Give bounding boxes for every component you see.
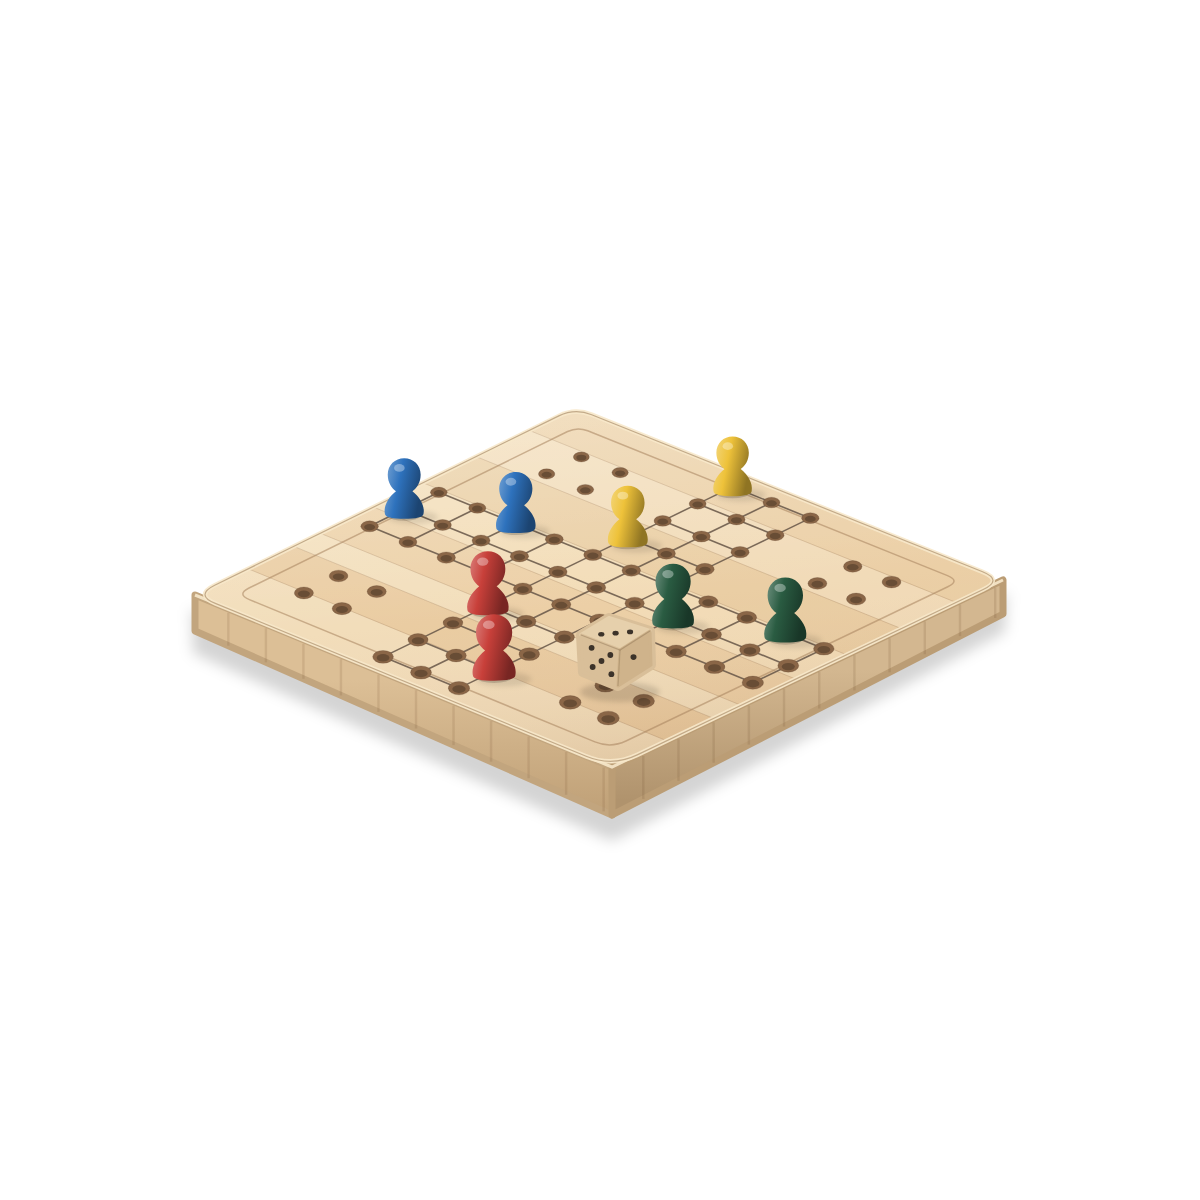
die-pip-left bbox=[590, 664, 596, 670]
track-hole-inner bbox=[434, 490, 444, 496]
die-pip-left bbox=[589, 645, 595, 651]
pawn-highlight bbox=[477, 557, 488, 565]
home-hole-left-inner bbox=[336, 606, 348, 613]
track-hole-inner bbox=[475, 538, 486, 544]
die[interactable] bbox=[580, 618, 660, 702]
track-hole-inner bbox=[696, 534, 707, 540]
track-hole-inner bbox=[692, 502, 703, 508]
track-hole-inner bbox=[452, 685, 465, 693]
track-hole-inner bbox=[520, 619, 532, 626]
home-hole-top-inner bbox=[576, 455, 586, 461]
track-hole-inner bbox=[450, 653, 463, 660]
track-hole-inner bbox=[402, 540, 413, 546]
track-hole-inner bbox=[412, 637, 425, 644]
pawn-highlight bbox=[394, 464, 405, 472]
home-hole-right-inner bbox=[886, 579, 898, 586]
track-hole-inner bbox=[705, 632, 718, 639]
track-hole-inner bbox=[743, 647, 756, 654]
die-pip-top bbox=[627, 630, 633, 635]
die-pip-top bbox=[612, 631, 618, 636]
track-hole-inner bbox=[437, 523, 448, 529]
track-hole-inner bbox=[766, 500, 777, 506]
home-hole-top-inner bbox=[542, 472, 552, 478]
home-hole-right-inner bbox=[847, 564, 859, 571]
track-hole-inner bbox=[590, 585, 602, 592]
home-hole-left-inner bbox=[371, 589, 383, 596]
track-hole-inner bbox=[364, 524, 375, 530]
track-hole-inner bbox=[805, 516, 816, 522]
die-pip-right bbox=[631, 654, 637, 660]
track-hole-inner bbox=[414, 670, 427, 677]
home-hole-bottom-inner bbox=[601, 715, 615, 723]
home-hole-top-inner bbox=[580, 487, 590, 493]
pawn-highlight bbox=[483, 621, 495, 630]
home-hole-left-inner bbox=[333, 573, 345, 580]
track-hole-inner bbox=[734, 550, 745, 556]
track-hole-inner bbox=[441, 555, 452, 562]
home-hole-left-inner bbox=[298, 590, 310, 597]
die-pip-top bbox=[598, 632, 604, 637]
pawn-highlight bbox=[723, 442, 734, 450]
track-hole-inner bbox=[741, 615, 753, 622]
track-hole-inner bbox=[702, 599, 714, 606]
track-hole-inner bbox=[472, 506, 483, 512]
product-photo-scene bbox=[0, 0, 1200, 1200]
die-pip-left bbox=[608, 671, 614, 677]
track-hole-inner bbox=[708, 664, 721, 671]
home-hole-right-inner bbox=[812, 581, 824, 588]
track-hole-inner bbox=[629, 600, 641, 607]
pawn-highlight bbox=[662, 570, 673, 578]
track-hole-inner bbox=[817, 646, 830, 653]
track-hole-inner bbox=[625, 568, 637, 575]
track-hole-inner bbox=[770, 533, 781, 539]
pawn-highlight bbox=[774, 584, 785, 592]
track-hole-inner bbox=[552, 569, 564, 576]
home-hole-bottom-inner bbox=[563, 699, 577, 707]
home-hole-top-inner bbox=[615, 470, 625, 476]
track-hole-inner bbox=[657, 519, 668, 525]
ludo-photo-canvas bbox=[0, 0, 1200, 1200]
pawn-highlight bbox=[617, 492, 628, 500]
track-hole-inner bbox=[517, 586, 529, 593]
track-hole-inner bbox=[377, 654, 390, 661]
track-hole-inner bbox=[699, 567, 711, 574]
track-hole-inner bbox=[514, 554, 525, 561]
track-hole-inner bbox=[670, 649, 683, 656]
track-hole-inner bbox=[555, 602, 567, 609]
track-hole-inner bbox=[782, 663, 795, 670]
track-hole-inner bbox=[549, 537, 560, 543]
track-hole-inner bbox=[746, 680, 759, 688]
track-hole-inner bbox=[447, 620, 459, 627]
pawn-highlight bbox=[506, 478, 517, 486]
die-pip-left bbox=[607, 652, 613, 658]
track-hole-inner bbox=[587, 552, 598, 558]
home-hole-right-inner bbox=[850, 597, 862, 604]
die-pip-left bbox=[599, 658, 605, 664]
track-hole-inner bbox=[731, 517, 742, 523]
track-hole-inner bbox=[661, 551, 672, 557]
track-hole-inner bbox=[523, 651, 536, 658]
track-hole-inner bbox=[558, 634, 571, 641]
